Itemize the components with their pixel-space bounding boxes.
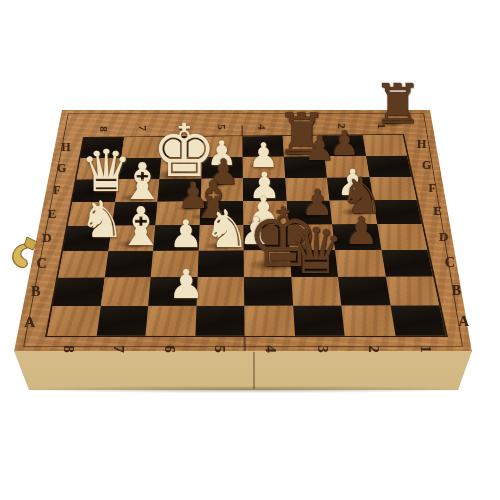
square-g1 bbox=[366, 155, 412, 177]
square-h1 bbox=[362, 135, 407, 156]
square-f5 bbox=[200, 178, 243, 201]
square-a7 bbox=[96, 306, 148, 336]
square-c3 bbox=[289, 250, 338, 277]
square-g4 bbox=[243, 156, 285, 178]
square-e5 bbox=[199, 201, 243, 225]
square-c4 bbox=[244, 250, 291, 277]
square-a4 bbox=[244, 305, 294, 335]
square-d4 bbox=[243, 225, 289, 251]
square-f1 bbox=[369, 177, 416, 200]
square-b1 bbox=[385, 276, 439, 305]
square-e7 bbox=[111, 201, 157, 225]
square-e2 bbox=[329, 200, 376, 224]
square-h5 bbox=[202, 136, 243, 157]
square-a1 bbox=[390, 305, 446, 336]
square-d6 bbox=[153, 225, 199, 250]
square-e4 bbox=[243, 201, 288, 225]
square-g8 bbox=[77, 158, 121, 180]
box-side-seam bbox=[253, 352, 255, 389]
square-g5 bbox=[201, 157, 243, 179]
square-c2 bbox=[335, 250, 385, 277]
square-f8 bbox=[72, 179, 118, 202]
square-d3 bbox=[288, 224, 335, 250]
square-b7 bbox=[100, 277, 150, 305]
square-c1 bbox=[381, 249, 433, 276]
square-e6 bbox=[155, 201, 200, 225]
square-b4 bbox=[244, 277, 293, 306]
square-c6 bbox=[151, 250, 199, 277]
square-a2 bbox=[341, 305, 395, 335]
square-d7 bbox=[108, 225, 155, 250]
square-f4 bbox=[243, 178, 286, 201]
square-b5 bbox=[196, 277, 244, 306]
square-d2 bbox=[332, 224, 381, 250]
square-d8 bbox=[63, 226, 111, 251]
square-e3 bbox=[286, 200, 332, 224]
square-c7 bbox=[104, 251, 153, 278]
square-g6 bbox=[159, 157, 201, 179]
square-h8 bbox=[81, 137, 124, 158]
chess-board-grid bbox=[45, 134, 448, 337]
square-a3 bbox=[293, 305, 345, 335]
square-b3 bbox=[291, 277, 341, 306]
box-shadow bbox=[26, 386, 462, 393]
square-c8 bbox=[58, 251, 108, 278]
square-f7 bbox=[115, 179, 160, 202]
square-h4 bbox=[242, 136, 283, 157]
square-d5 bbox=[198, 225, 243, 251]
square-g2 bbox=[324, 156, 369, 178]
square-b6 bbox=[148, 277, 197, 305]
square-g7 bbox=[118, 157, 161, 179]
square-b8 bbox=[53, 277, 104, 305]
square-c5 bbox=[197, 250, 244, 277]
product-photo-chess-set: 8765432187654321HGFEDCBAHGFEDCBA♜♟♜♟♟♟♚♟… bbox=[0, 0, 500, 500]
square-e1 bbox=[373, 200, 422, 224]
square-h6 bbox=[161, 137, 202, 158]
square-e8 bbox=[68, 202, 115, 226]
square-f2 bbox=[327, 177, 373, 200]
clasp-icon bbox=[6, 234, 40, 278]
square-f6 bbox=[157, 179, 201, 202]
square-h2 bbox=[322, 135, 365, 156]
square-f3 bbox=[285, 178, 330, 201]
square-b2 bbox=[338, 277, 390, 306]
square-a8 bbox=[47, 306, 100, 336]
square-a5 bbox=[195, 305, 245, 335]
square-a6 bbox=[145, 306, 196, 336]
square-g3 bbox=[283, 156, 326, 178]
square-d1 bbox=[377, 224, 427, 250]
square-h7 bbox=[121, 137, 163, 158]
square-h3 bbox=[282, 136, 324, 157]
